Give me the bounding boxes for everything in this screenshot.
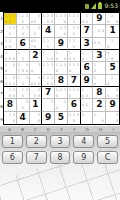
cell-H8[interactable]: 2: [93, 99, 106, 111]
cell-B3[interactable]: 6: [17, 38, 30, 50]
pencil-marks: 13456: [4, 75, 16, 86]
cell-B4[interactable]: 15789: [17, 50, 30, 62]
cell-H5[interactable]: 147: [93, 62, 106, 74]
cell-F9[interactable]: 1238: [68, 112, 81, 124]
col-label-F: F: [69, 126, 80, 131]
pencil-marks: 45: [93, 38, 105, 49]
col-label-G: G: [82, 126, 93, 131]
pencil-marks: 12349: [68, 62, 80, 73]
status-bar: 9:53: [0, 0, 120, 12]
pencil-marks: 248: [106, 38, 119, 49]
cell-D9[interactable]: 9: [42, 112, 55, 124]
pencil-marks: 3569: [30, 87, 42, 98]
cell-D7[interactable]: 7: [42, 87, 55, 99]
key-3[interactable]: 3: [50, 135, 71, 148]
given-digit: 3: [93, 50, 105, 61]
given-digit: 7: [81, 25, 93, 36]
cell-E6[interactable]: 8: [55, 75, 68, 87]
cell-I7[interactable]: 346: [106, 87, 119, 99]
key-2[interactable]: 2: [26, 135, 47, 148]
pencil-marks: 1: [81, 112, 93, 124]
lower-panel: 123456789C: [0, 133, 120, 200]
pencil-marks: 1238: [68, 112, 80, 124]
pencil-marks: 2468: [106, 13, 119, 24]
given-digit: 6: [68, 99, 80, 110]
signal-icon: [91, 3, 96, 9]
given-digit: 8: [93, 87, 105, 98]
pencil-marks: 13789: [17, 62, 29, 73]
cell-G1[interactable]: 2458: [81, 13, 94, 25]
cell-D3[interactable]: 1258: [42, 38, 55, 50]
pencil-marks: 346: [106, 87, 119, 98]
pencil-marks: 147: [93, 62, 105, 73]
cell-B9[interactable]: 4: [17, 112, 30, 124]
given-digit: 2: [30, 50, 42, 61]
cell-B7[interactable]: 2359: [17, 87, 30, 99]
pencil-marks: 12356: [42, 75, 54, 86]
cell-C8[interactable]: 1: [30, 99, 43, 111]
sudoku-grid[interactable]: 1234571235783457812356812367123582458924…: [3, 12, 120, 125]
cell-C9[interactable]: 367: [30, 112, 43, 124]
pencil-marks: 367: [30, 112, 42, 124]
pencil-marks: 13479: [4, 62, 16, 73]
pencil-marks: 357: [17, 99, 29, 110]
cell-B2[interactable]: 23589: [17, 25, 30, 37]
pencil-marks: 23569: [4, 87, 16, 98]
cell-H9[interactable]: 167: [93, 112, 106, 124]
given-digit: 3: [81, 38, 93, 49]
cell-F6[interactable]: 7: [68, 75, 81, 87]
pencil-marks: 1234: [68, 87, 80, 98]
cell-C2[interactable]: 3589: [30, 25, 43, 37]
status-time: 9:53: [105, 3, 118, 9]
pencil-marks: 367: [106, 112, 119, 124]
cell-I8[interactable]: 9: [106, 99, 119, 111]
pencil-marks: 3: [42, 99, 54, 110]
cell-H6[interactable]: 14: [93, 75, 106, 87]
key-6[interactable]: 6: [2, 151, 23, 164]
cell-B8[interactable]: 357: [17, 99, 30, 111]
cell-C7[interactable]: 3569: [30, 87, 43, 99]
pencil-marks: 14: [93, 75, 105, 86]
cell-A9[interactable]: 2367: [4, 112, 17, 124]
cell-E9[interactable]: 5: [55, 112, 68, 124]
keypad-row-1: 12345: [0, 135, 120, 148]
pencil-marks: 123578: [17, 13, 29, 24]
cell-I9[interactable]: 367: [106, 112, 119, 124]
key-clear[interactable]: C: [97, 151, 118, 164]
pencil-marks: 12457: [4, 38, 16, 49]
cell-F8[interactable]: 6: [68, 99, 81, 111]
given-digit: 9: [55, 38, 67, 49]
pencil-marks: 1459: [68, 50, 80, 61]
cell-I3[interactable]: 248: [106, 38, 119, 50]
given-digit: 4: [42, 25, 54, 36]
pencil-marks: 2358: [68, 25, 80, 36]
pencil-marks: 145679: [4, 50, 16, 61]
given-digit: 9: [93, 13, 105, 24]
cell-F3[interactable]: 1258: [68, 38, 81, 50]
pencil-marks: 1234: [55, 62, 67, 73]
cell-A3[interactable]: 12457: [4, 38, 17, 50]
cell-A8[interactable]: 8: [4, 99, 17, 111]
pencil-marks: 146: [55, 50, 67, 61]
pencil-marks: 135: [17, 75, 29, 86]
cell-C4[interactable]: 2: [30, 50, 43, 62]
pencil-marks: 56: [93, 25, 105, 36]
pencil-marks: 34789: [30, 62, 42, 73]
cell-F5[interactable]: 12349: [68, 62, 81, 74]
cell-H3[interactable]: 45: [93, 38, 106, 50]
pencil-marks: 23589: [17, 25, 29, 36]
pencil-marks: 3456: [30, 75, 42, 86]
cell-F1[interactable]: 12358: [68, 13, 81, 25]
pencil-marks: 123568: [42, 13, 54, 24]
given-digit: 7: [42, 87, 54, 98]
cell-E2[interactable]: 236: [55, 25, 68, 37]
pencil-marks: 15789: [17, 50, 29, 61]
pencil-marks: 12367: [55, 13, 67, 24]
cell-B5[interactable]: 13789: [17, 62, 30, 74]
key-4[interactable]: 4: [73, 135, 94, 148]
pencil-marks: 3589: [30, 25, 42, 36]
given-digit: 6: [17, 38, 29, 49]
cell-D2[interactable]: 4: [42, 25, 55, 37]
cell-E5[interactable]: 1234: [55, 62, 68, 74]
column-labels: ABCDEFGHI: [0, 126, 120, 133]
cell-G6[interactable]: 9: [81, 75, 94, 87]
cell-E3[interactable]: 9: [55, 38, 68, 50]
cell-A6[interactable]: 13456: [4, 75, 17, 87]
pencil-marks: 34: [55, 99, 67, 110]
cell-E8[interactable]: 34: [55, 99, 68, 111]
key-5[interactable]: 5: [97, 135, 118, 148]
given-digit: 4: [17, 112, 29, 124]
given-digit: 2: [93, 99, 105, 110]
col-label-H: H: [95, 126, 106, 131]
given-digit: 8: [4, 99, 16, 110]
col-label-D: D: [43, 126, 54, 131]
keypad-row-2: 6789C: [0, 151, 120, 164]
cell-D1[interactable]: 123568: [42, 13, 55, 25]
pencil-marks: 1258: [42, 38, 54, 49]
cell-D8[interactable]: 3: [42, 99, 55, 111]
cell-I4[interactable]: 478: [106, 50, 119, 62]
pencil-marks: 2359: [17, 87, 29, 98]
given-digit: 8: [55, 75, 67, 86]
given-digit: 1: [106, 25, 119, 36]
pencil-marks: 478: [106, 50, 119, 61]
given-digit: 9: [106, 99, 119, 110]
sudoku-board: 123456789 123457123578345781235681236712…: [0, 12, 120, 126]
cell-E4[interactable]: 146: [55, 50, 68, 62]
cell-D4[interactable]: 156: [42, 50, 55, 62]
cell-G2[interactable]: 7: [81, 25, 94, 37]
given-digit: 6: [81, 62, 93, 73]
cell-B1[interactable]: 123578: [17, 13, 30, 25]
pencil-marks: 1258: [68, 38, 80, 49]
pencil-marks: 45: [81, 99, 93, 110]
col-label-E: E: [56, 126, 67, 131]
cell-E7[interactable]: 1234: [55, 87, 68, 99]
pencil-marks: 1234: [55, 87, 67, 98]
given-digit: 9: [81, 75, 93, 86]
cell-I5[interactable]: 5: [106, 62, 119, 74]
given-digit: 5: [55, 112, 67, 124]
cell-H2[interactable]: 56: [93, 25, 106, 37]
cell-F2[interactable]: 2358: [68, 25, 81, 37]
cell-F4[interactable]: 1459: [68, 50, 81, 62]
cell-A7[interactable]: 23569: [4, 87, 17, 99]
number-keypad: 123456789C: [0, 135, 120, 167]
pencil-marks: 123457: [4, 13, 16, 24]
key-1[interactable]: 1: [2, 135, 23, 148]
cell-D6[interactable]: 12356: [42, 75, 55, 87]
cell-A1[interactable]: 123457: [4, 13, 17, 25]
pencil-marks: 24: [106, 75, 119, 86]
cell-G7[interactable]: 145: [81, 87, 94, 99]
pencil-marks: 12358: [68, 13, 80, 24]
given-digit: 5: [106, 62, 119, 73]
cell-I1[interactable]: 2468: [106, 13, 119, 25]
col-label-B: B: [17, 126, 28, 131]
cell-I2[interactable]: 1: [106, 25, 119, 37]
pencil-marks: 4578: [30, 38, 42, 49]
cell-H7[interactable]: 8: [93, 87, 106, 99]
pencil-marks: 123: [42, 62, 54, 73]
cell-C6[interactable]: 3456: [30, 75, 43, 87]
vibrate-icon: [85, 4, 89, 9]
battery-icon: [98, 3, 102, 9]
cell-G8[interactable]: 45: [81, 99, 94, 111]
cell-B6[interactable]: 135: [17, 75, 30, 87]
pencil-marks: 34578: [30, 13, 42, 24]
cell-C1[interactable]: 34578: [30, 13, 43, 25]
pencil-marks: 145: [81, 87, 93, 98]
cell-A5[interactable]: 13479: [4, 62, 17, 74]
given-digit: 1: [30, 99, 42, 110]
cell-E1[interactable]: 12367: [55, 13, 68, 25]
key-9[interactable]: 9: [73, 151, 94, 164]
cell-G5[interactable]: 6: [81, 62, 94, 74]
given-digit: 9: [42, 112, 54, 124]
col-label-C: C: [30, 126, 41, 131]
key-7[interactable]: 7: [26, 151, 47, 164]
cell-A2[interactable]: 2359: [4, 25, 17, 37]
pencil-marks: 2359: [4, 25, 16, 36]
cell-A4[interactable]: 145679: [4, 50, 17, 62]
app-screen: 9:53 123456789 1234571235783457812356812…: [0, 0, 120, 200]
pencil-marks: 2458: [81, 13, 93, 24]
pencil-marks: 167: [93, 112, 105, 124]
col-label-A: A: [4, 126, 15, 131]
given-digit: 7: [68, 75, 80, 86]
cell-I6[interactable]: 24: [106, 75, 119, 87]
col-label-I: I: [108, 126, 119, 131]
cell-C5[interactable]: 34789: [30, 62, 43, 74]
pencil-marks: 148: [81, 50, 93, 61]
cell-H4[interactable]: 3: [93, 50, 106, 62]
key-8[interactable]: 8: [50, 151, 71, 164]
cell-C3[interactable]: 4578: [30, 38, 43, 50]
cell-H1[interactable]: 9: [93, 13, 106, 25]
cell-G9[interactable]: 1: [81, 112, 94, 124]
pencil-marks: 236: [55, 25, 67, 36]
cell-D5[interactable]: 123: [42, 62, 55, 74]
pencil-marks: 2367: [4, 112, 16, 124]
cell-F7[interactable]: 1234: [68, 87, 81, 99]
cell-G3[interactable]: 3: [81, 38, 94, 50]
cell-G4[interactable]: 148: [81, 50, 94, 62]
pencil-marks: 156: [42, 50, 54, 61]
